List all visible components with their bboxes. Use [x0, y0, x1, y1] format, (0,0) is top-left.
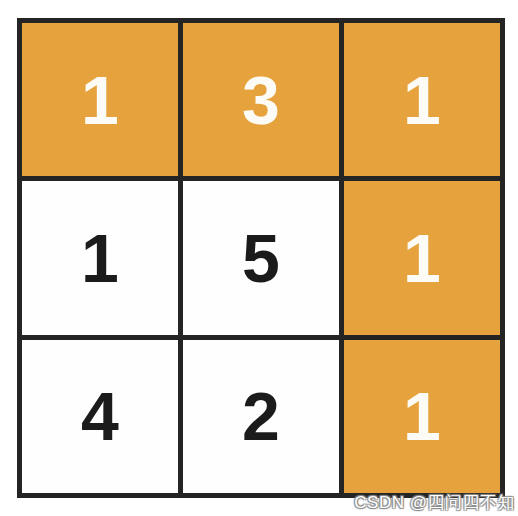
- cell-r2c1: 2: [183, 340, 339, 493]
- cell-r2c2: 1: [344, 340, 500, 493]
- cell-r1c2: 1: [344, 181, 500, 334]
- puzzle-grid: 1 3 1 1 5 1 4 2 1: [17, 18, 505, 498]
- cell-r0c1: 3: [183, 23, 339, 176]
- csdn-watermark: CSDN @四问四不知: [354, 491, 515, 514]
- page: 1 3 1 1 5 1 4 2 1 CSDN @四问四不知: [0, 0, 518, 516]
- cell-r0c2: 1: [344, 23, 500, 176]
- cell-r1c0: 1: [22, 181, 178, 334]
- cell-r2c0: 4: [22, 340, 178, 493]
- cell-r1c1: 5: [183, 181, 339, 334]
- cell-r0c0: 1: [22, 23, 178, 176]
